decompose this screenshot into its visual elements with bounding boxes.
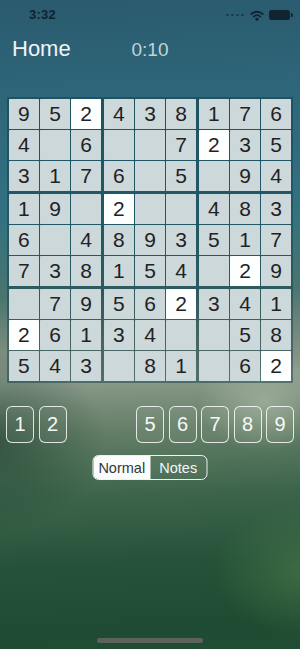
sudoku-box-6: 48351729 <box>199 194 291 286</box>
cell-r5c3[interactable]: 4 <box>71 225 101 255</box>
cell-r9c1[interactable]: 5 <box>9 351 39 381</box>
key-5[interactable]: 5 <box>136 406 164 443</box>
cell-r4c6[interactable] <box>166 194 196 224</box>
key-2[interactable]: 2 <box>39 406 67 443</box>
cell-r7c4[interactable]: 5 <box>104 289 134 319</box>
cell-r8c4[interactable]: 3 <box>104 320 134 350</box>
mode-switch: NormalNotes <box>93 455 208 480</box>
cell-r3c9[interactable]: 4 <box>261 161 291 191</box>
cell-r1c4[interactable]: 4 <box>104 99 134 129</box>
sudoku-box-5: 2893154 <box>104 194 196 286</box>
cell-r5c9[interactable]: 7 <box>261 225 291 255</box>
cell-r3c4[interactable]: 6 <box>104 161 134 191</box>
cell-r2c3[interactable]: 6 <box>71 130 101 160</box>
cell-r2c4[interactable] <box>104 130 134 160</box>
cell-r4c5[interactable] <box>135 194 165 224</box>
cell-r4c3[interactable] <box>71 194 101 224</box>
cell-r9c2[interactable]: 4 <box>40 351 70 381</box>
cell-r5c6[interactable]: 3 <box>166 225 196 255</box>
battery-icon <box>269 10 290 20</box>
sudoku-box-9: 3415862 <box>199 289 291 381</box>
cell-r6c6[interactable]: 4 <box>166 256 196 286</box>
cell-r9c9[interactable]: 2 <box>261 351 291 381</box>
sudoku-box-8: 5623481 <box>104 289 196 381</box>
cell-r8c9[interactable]: 8 <box>261 320 291 350</box>
cell-r7c8[interactable]: 4 <box>230 289 260 319</box>
cell-r5c1[interactable]: 6 <box>9 225 39 255</box>
cell-r6c8[interactable]: 2 <box>230 256 260 286</box>
cell-r1c2[interactable]: 5 <box>40 99 70 129</box>
key-7[interactable]: 7 <box>201 406 229 443</box>
cell-r5c7[interactable]: 5 <box>199 225 229 255</box>
key-9[interactable]: 9 <box>266 406 294 443</box>
cell-r7c9[interactable]: 1 <box>261 289 291 319</box>
cell-r8c8[interactable]: 5 <box>230 320 260 350</box>
cell-r9c5[interactable]: 8 <box>135 351 165 381</box>
game-timer: 0:10 <box>0 39 300 61</box>
cell-r8c5[interactable]: 4 <box>135 320 165 350</box>
cell-r6c9[interactable]: 9 <box>261 256 291 286</box>
cell-r3c6[interactable]: 5 <box>166 161 196 191</box>
cell-r2c5[interactable] <box>135 130 165 160</box>
cell-r2c7[interactable]: 2 <box>199 130 229 160</box>
sudoku-box-2: 438765 <box>104 99 196 191</box>
sudoku-box-7: 79261543 <box>9 289 101 381</box>
cell-r8c1[interactable]: 2 <box>9 320 39 350</box>
sudoku-grid: 9524631743876517623594196473828931544835… <box>7 97 293 383</box>
sudoku-box-3: 17623594 <box>199 99 291 191</box>
cell-r7c7[interactable]: 3 <box>199 289 229 319</box>
cell-r6c7[interactable] <box>199 256 229 286</box>
cell-r7c3[interactable]: 9 <box>71 289 101 319</box>
cell-r2c8[interactable]: 3 <box>230 130 260 160</box>
cell-r9c7[interactable] <box>199 351 229 381</box>
cell-r5c8[interactable]: 1 <box>230 225 260 255</box>
cell-r9c3[interactable]: 3 <box>71 351 101 381</box>
cell-r4c9[interactable]: 3 <box>261 194 291 224</box>
key-1[interactable]: 1 <box>6 406 34 443</box>
home-indicator[interactable] <box>97 638 203 643</box>
cellular-signal-icon <box>226 14 244 17</box>
cell-r9c8[interactable]: 6 <box>230 351 260 381</box>
cell-r8c2[interactable]: 6 <box>40 320 70 350</box>
cell-r2c1[interactable]: 4 <box>9 130 39 160</box>
cell-r7c5[interactable]: 6 <box>135 289 165 319</box>
wifi-icon <box>249 9 265 21</box>
cell-r9c6[interactable]: 1 <box>166 351 196 381</box>
sudoku-box-4: 1964738 <box>9 194 101 286</box>
cell-r5c2[interactable] <box>40 225 70 255</box>
cell-r8c3[interactable]: 1 <box>71 320 101 350</box>
cell-r5c5[interactable]: 9 <box>135 225 165 255</box>
mode-notes-segment[interactable]: Notes <box>150 456 207 479</box>
cell-r1c3[interactable]: 2 <box>71 99 101 129</box>
cell-r4c1[interactable]: 1 <box>9 194 39 224</box>
cell-r6c5[interactable]: 5 <box>135 256 165 286</box>
cell-r3c5[interactable] <box>135 161 165 191</box>
key-6[interactable]: 6 <box>169 406 197 443</box>
cell-r1c5[interactable]: 3 <box>135 99 165 129</box>
number-keypad: 123456789 <box>6 406 294 443</box>
cell-r4c7[interactable]: 4 <box>199 194 229 224</box>
app-screen: 3:32 Home 0:10 9524631743876517623594196… <box>0 0 300 649</box>
cell-r1c1[interactable]: 9 <box>9 99 39 129</box>
cell-r5c4[interactable]: 8 <box>104 225 134 255</box>
cell-r3c8[interactable]: 9 <box>230 161 260 191</box>
key-8[interactable]: 8 <box>234 406 262 443</box>
cell-r1c9[interactable]: 6 <box>261 99 291 129</box>
cell-r4c4[interactable]: 2 <box>104 194 134 224</box>
mode-normal-segment[interactable]: Normal <box>94 456 151 479</box>
cell-r4c8[interactable]: 8 <box>230 194 260 224</box>
cell-r2c9[interactable]: 5 <box>261 130 291 160</box>
cell-r4c2[interactable]: 9 <box>40 194 70 224</box>
cell-r6c1[interactable]: 7 <box>9 256 39 286</box>
cell-r6c3[interactable]: 8 <box>71 256 101 286</box>
cell-r9c4[interactable] <box>104 351 134 381</box>
cell-r3c2[interactable]: 1 <box>40 161 70 191</box>
cell-r7c2[interactable]: 7 <box>40 289 70 319</box>
cell-r2c6[interactable]: 7 <box>166 130 196 160</box>
cell-r3c7[interactable] <box>199 161 229 191</box>
cell-r1c8[interactable]: 7 <box>230 99 260 129</box>
cell-r7c6[interactable]: 2 <box>166 289 196 319</box>
cell-r2c2[interactable] <box>40 130 70 160</box>
status-time: 3:32 <box>29 7 56 22</box>
cell-r1c7[interactable]: 1 <box>199 99 229 129</box>
cell-r3c3[interactable]: 7 <box>71 161 101 191</box>
cell-r3c1[interactable]: 3 <box>9 161 39 191</box>
cell-r8c7[interactable] <box>199 320 229 350</box>
cell-r1c6[interactable]: 8 <box>166 99 196 129</box>
cell-r7c1[interactable] <box>9 289 39 319</box>
status-bar: 3:32 <box>0 0 300 24</box>
cell-r8c6[interactable] <box>166 320 196 350</box>
cell-r6c4[interactable]: 1 <box>104 256 134 286</box>
sudoku-box-1: 95246317 <box>9 99 101 191</box>
cell-r6c2[interactable]: 3 <box>40 256 70 286</box>
